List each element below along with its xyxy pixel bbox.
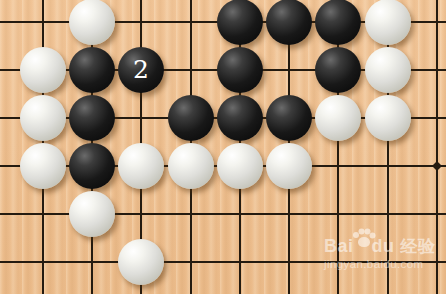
baidu-paw-icon	[353, 228, 375, 248]
white-stone[interactable]	[20, 95, 66, 141]
star-point	[432, 161, 442, 171]
black-stone[interactable]	[69, 47, 115, 93]
baidu-logo: Bai du 经验	[324, 235, 436, 255]
black-stone[interactable]	[69, 143, 115, 189]
baidu-product-name: 经验	[401, 238, 436, 255]
white-stone[interactable]	[315, 95, 361, 141]
white-stone[interactable]	[168, 143, 214, 189]
black-stone[interactable]	[217, 0, 263, 45]
baidu-watermark-url: jingyan.baidu.com	[324, 258, 436, 270]
black-stone[interactable]	[217, 47, 263, 93]
baidu-watermark: Bai du 经验 jingyan.baidu.com	[324, 235, 436, 270]
baidu-logo-text-bai: Bai	[324, 237, 354, 255]
white-stone[interactable]	[69, 191, 115, 237]
black-stone[interactable]	[168, 95, 214, 141]
baidu-logo-text-du: du	[372, 237, 395, 255]
grid-line-horizontal-4	[0, 213, 446, 215]
black-stone[interactable]	[315, 0, 361, 45]
black-stone[interactable]	[266, 0, 312, 45]
black-stone[interactable]	[217, 95, 263, 141]
white-stone[interactable]	[118, 143, 164, 189]
white-stone[interactable]	[365, 0, 411, 45]
grid-line-vertical-8	[436, 0, 438, 294]
white-stone[interactable]	[20, 47, 66, 93]
white-stone[interactable]	[365, 95, 411, 141]
white-stone[interactable]	[365, 47, 411, 93]
white-stone[interactable]	[69, 0, 115, 45]
go-diagram-screenshot: 2 Bai du 经验 jingyan.baidu.com	[0, 0, 446, 294]
move-number-label: 2	[118, 47, 164, 93]
white-stone[interactable]	[266, 143, 312, 189]
white-stone[interactable]	[20, 143, 66, 189]
black-stone[interactable]: 2	[118, 47, 164, 93]
black-stone[interactable]	[315, 47, 361, 93]
black-stone[interactable]	[69, 95, 115, 141]
white-stone[interactable]	[217, 143, 263, 189]
black-stone[interactable]	[266, 95, 312, 141]
white-stone[interactable]	[118, 239, 164, 285]
